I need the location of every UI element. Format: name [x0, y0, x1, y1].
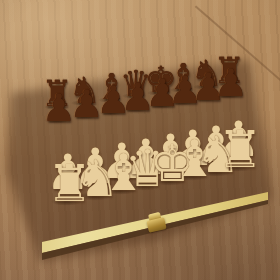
piece-white-rook-h1[interactable]: ♜ [217, 126, 262, 177]
piece-black-pawn-h7[interactable]: ♟ [214, 64, 248, 102]
chess-set-photo: ♜♞♝♛♚♝♞♜♟♟♟♟♟♟♟♟♟♟♟♟♟♟♟♟♜♞♝♛♚♝♞♜ [0, 0, 280, 280]
piece-layer: ♜♞♝♛♚♝♞♜♟♟♟♟♟♟♟♟♟♟♟♟♟♟♟♟♜♞♝♛♚♝♞♜ [0, 0, 280, 280]
